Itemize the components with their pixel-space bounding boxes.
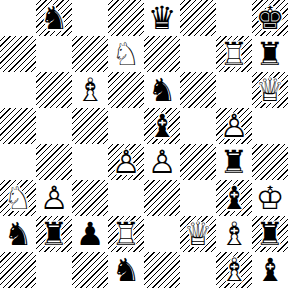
chess-board: ♞♞♛♛♚♚♞♘♜♖♜♜♝♗♞♞♛♕♝♝♟♙♟♙♟♙♜♜♞♘♟♙♝♝♚♔♞♞♜♜… bbox=[0, 0, 288, 288]
square-c4[interactable] bbox=[72, 144, 108, 180]
white-knight-icon: ♘ bbox=[4, 180, 33, 216]
white-bishop-icon: ♗ bbox=[76, 72, 105, 108]
black-pawn-icon: ♟ bbox=[76, 216, 105, 252]
square-e5[interactable]: ♝♝ bbox=[144, 108, 180, 144]
white-queen[interactable]: ♛♕ bbox=[180, 216, 216, 252]
square-e4[interactable]: ♟♙ bbox=[144, 144, 180, 180]
square-h6[interactable]: ♛♕ bbox=[252, 72, 288, 108]
white-bishop[interactable]: ♝♗ bbox=[216, 252, 252, 288]
black-bishop[interactable]: ♝♝ bbox=[252, 252, 288, 288]
square-g8[interactable] bbox=[216, 0, 252, 36]
black-rook-icon: ♜ bbox=[40, 216, 69, 252]
square-b4[interactable] bbox=[36, 144, 72, 180]
white-queen[interactable]: ♛♕ bbox=[252, 72, 288, 108]
square-b2[interactable]: ♜♜ bbox=[36, 216, 72, 252]
square-a2[interactable]: ♞♞ bbox=[0, 216, 36, 252]
square-e7[interactable] bbox=[144, 36, 180, 72]
black-knight-icon: ♞ bbox=[148, 72, 177, 108]
square-g3[interactable]: ♝♝ bbox=[216, 180, 252, 216]
black-rook[interactable]: ♜♜ bbox=[252, 216, 288, 252]
white-rook[interactable]: ♜♖ bbox=[108, 216, 144, 252]
white-rook-icon: ♖ bbox=[112, 216, 141, 252]
square-b3[interactable]: ♟♙ bbox=[36, 180, 72, 216]
square-d6[interactable] bbox=[108, 72, 144, 108]
white-bishop-icon: ♗ bbox=[220, 216, 249, 252]
black-king-icon: ♚ bbox=[256, 0, 285, 36]
square-e2[interactable] bbox=[144, 216, 180, 252]
square-g7[interactable]: ♜♖ bbox=[216, 36, 252, 72]
square-f4[interactable] bbox=[180, 144, 216, 180]
square-e1[interactable] bbox=[144, 252, 180, 288]
square-a7[interactable] bbox=[0, 36, 36, 72]
square-h3[interactable]: ♚♔ bbox=[252, 180, 288, 216]
square-d7[interactable]: ♞♘ bbox=[108, 36, 144, 72]
square-f6[interactable] bbox=[180, 72, 216, 108]
square-g6[interactable] bbox=[216, 72, 252, 108]
white-bishop[interactable]: ♝♗ bbox=[216, 216, 252, 252]
square-g1[interactable]: ♝♗ bbox=[216, 252, 252, 288]
white-bishop-icon: ♗ bbox=[220, 252, 249, 288]
square-a8[interactable] bbox=[0, 0, 36, 36]
white-pawn[interactable]: ♟♙ bbox=[216, 108, 252, 144]
square-a6[interactable] bbox=[0, 72, 36, 108]
square-f2[interactable]: ♛♕ bbox=[180, 216, 216, 252]
black-queen-icon: ♛ bbox=[148, 0, 177, 36]
square-f1[interactable] bbox=[180, 252, 216, 288]
square-g5[interactable]: ♟♙ bbox=[216, 108, 252, 144]
black-king[interactable]: ♚♚ bbox=[252, 0, 288, 36]
square-c7[interactable] bbox=[72, 36, 108, 72]
black-pawn[interactable]: ♟♟ bbox=[72, 216, 108, 252]
black-knight[interactable]: ♞♞ bbox=[144, 72, 180, 108]
square-c8[interactable] bbox=[72, 0, 108, 36]
square-c3[interactable] bbox=[72, 180, 108, 216]
square-b5[interactable] bbox=[36, 108, 72, 144]
white-pawn[interactable]: ♟♙ bbox=[108, 144, 144, 180]
white-pawn-icon: ♙ bbox=[112, 144, 141, 180]
black-knight-icon: ♞ bbox=[4, 216, 33, 252]
square-f8[interactable] bbox=[180, 0, 216, 36]
white-king[interactable]: ♚♔ bbox=[252, 180, 288, 216]
white-pawn-icon: ♙ bbox=[40, 180, 69, 216]
square-e8[interactable]: ♛♛ bbox=[144, 0, 180, 36]
black-knight[interactable]: ♞♞ bbox=[108, 252, 144, 288]
square-d4[interactable]: ♟♙ bbox=[108, 144, 144, 180]
black-bishop-icon: ♝ bbox=[148, 108, 177, 144]
black-knight[interactable]: ♞♞ bbox=[0, 216, 36, 252]
square-b6[interactable] bbox=[36, 72, 72, 108]
square-h2[interactable]: ♜♜ bbox=[252, 216, 288, 252]
square-g4[interactable]: ♜♜ bbox=[216, 144, 252, 180]
black-rook[interactable]: ♜♜ bbox=[216, 144, 252, 180]
square-a3[interactable]: ♞♘ bbox=[0, 180, 36, 216]
square-d3[interactable] bbox=[108, 180, 144, 216]
square-d8[interactable] bbox=[108, 0, 144, 36]
square-c1[interactable] bbox=[72, 252, 108, 288]
white-rook[interactable]: ♜♖ bbox=[216, 36, 252, 72]
square-d2[interactable]: ♜♖ bbox=[108, 216, 144, 252]
white-pawn-icon: ♙ bbox=[220, 108, 249, 144]
square-b1[interactable] bbox=[36, 252, 72, 288]
square-h7[interactable]: ♜♜ bbox=[252, 36, 288, 72]
square-f5[interactable] bbox=[180, 108, 216, 144]
white-queen-icon: ♕ bbox=[256, 72, 285, 108]
black-knight[interactable]: ♞♞ bbox=[36, 0, 72, 36]
black-bishop[interactable]: ♝♝ bbox=[216, 180, 252, 216]
black-bishop-icon: ♝ bbox=[220, 180, 249, 216]
square-h5[interactable] bbox=[252, 108, 288, 144]
square-a4[interactable] bbox=[0, 144, 36, 180]
square-a1[interactable] bbox=[0, 252, 36, 288]
square-b8[interactable]: ♞♞ bbox=[36, 0, 72, 36]
white-knight[interactable]: ♞♘ bbox=[0, 180, 36, 216]
white-knight-icon: ♘ bbox=[112, 36, 141, 72]
square-d5[interactable] bbox=[108, 108, 144, 144]
chess-diagram: ♞♞♛♛♚♚♞♘♜♖♜♜♝♗♞♞♛♕♝♝♟♙♟♙♟♙♜♜♞♘♟♙♝♝♚♔♞♞♜♜… bbox=[0, 0, 288, 288]
black-bishop[interactable]: ♝♝ bbox=[144, 108, 180, 144]
square-e3[interactable] bbox=[144, 180, 180, 216]
white-pawn[interactable]: ♟♙ bbox=[36, 180, 72, 216]
black-rook-icon: ♜ bbox=[256, 216, 285, 252]
square-h1[interactable]: ♝♝ bbox=[252, 252, 288, 288]
white-queen-icon: ♕ bbox=[184, 216, 213, 252]
square-e6[interactable]: ♞♞ bbox=[144, 72, 180, 108]
square-b7[interactable] bbox=[36, 36, 72, 72]
black-rook-icon: ♜ bbox=[220, 144, 249, 180]
square-d1[interactable]: ♞♞ bbox=[108, 252, 144, 288]
square-g2[interactable]: ♝♗ bbox=[216, 216, 252, 252]
white-bishop[interactable]: ♝♗ bbox=[72, 72, 108, 108]
square-c6[interactable]: ♝♗ bbox=[72, 72, 108, 108]
white-pawn[interactable]: ♟♙ bbox=[144, 144, 180, 180]
black-bishop-icon: ♝ bbox=[256, 252, 285, 288]
black-rook[interactable]: ♜♜ bbox=[36, 216, 72, 252]
white-pawn-icon: ♙ bbox=[148, 144, 177, 180]
black-queen[interactable]: ♛♛ bbox=[144, 0, 180, 36]
black-rook[interactable]: ♜♜ bbox=[252, 36, 288, 72]
white-king-icon: ♔ bbox=[256, 180, 285, 216]
white-knight[interactable]: ♞♘ bbox=[108, 36, 144, 72]
white-rook-icon: ♖ bbox=[220, 36, 249, 72]
black-knight-icon: ♞ bbox=[40, 0, 69, 36]
square-f3[interactable] bbox=[180, 180, 216, 216]
square-h4[interactable] bbox=[252, 144, 288, 180]
square-f7[interactable] bbox=[180, 36, 216, 72]
black-knight-icon: ♞ bbox=[112, 252, 141, 288]
black-rook-icon: ♜ bbox=[256, 36, 285, 72]
square-c5[interactable] bbox=[72, 108, 108, 144]
square-a5[interactable] bbox=[0, 108, 36, 144]
square-h8[interactable]: ♚♚ bbox=[252, 0, 288, 36]
square-c2[interactable]: ♟♟ bbox=[72, 216, 108, 252]
